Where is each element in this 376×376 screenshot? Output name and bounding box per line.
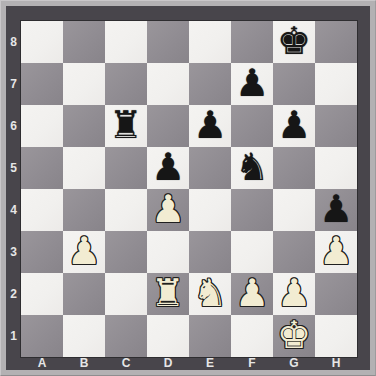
square-g3[interactable] [273,231,315,273]
square-c6[interactable]: ♜ [105,105,147,147]
piece-black-pawn: ♟ [319,190,353,228]
piece-white-pawn: ♟ [67,232,101,270]
square-a5[interactable] [21,147,63,189]
rank-label-3: 3 [6,231,21,273]
file-label-d: D [147,357,189,370]
square-a8[interactable] [21,21,63,63]
square-e6[interactable]: ♟ [189,105,231,147]
piece-black-rook: ♜ [109,106,143,144]
chess-board-widget: ♚♟♜♟♟♟♞♟♟♟♟♜♞♟♟♚ 87654321ABCDEFGH [0,0,376,376]
piece-white-pawn: ♟ [277,274,311,312]
square-h5[interactable] [315,147,357,189]
square-g8[interactable]: ♚ [273,21,315,63]
square-g6[interactable]: ♟ [273,105,315,147]
square-f2[interactable]: ♟ [231,273,273,315]
square-d1[interactable] [147,315,189,357]
square-c8[interactable] [105,21,147,63]
square-a3[interactable] [21,231,63,273]
square-h7[interactable] [315,63,357,105]
square-e8[interactable] [189,21,231,63]
square-f6[interactable] [231,105,273,147]
piece-black-king: ♚ [277,22,311,60]
square-d3[interactable] [147,231,189,273]
piece-white-knight: ♞ [193,274,227,312]
square-c1[interactable] [105,315,147,357]
square-c7[interactable] [105,63,147,105]
square-f5[interactable]: ♞ [231,147,273,189]
rank-label-5: 5 [6,147,21,189]
piece-black-knight: ♞ [235,148,269,186]
square-b7[interactable] [63,63,105,105]
square-d6[interactable] [147,105,189,147]
square-d2[interactable]: ♜ [147,273,189,315]
square-b6[interactable] [63,105,105,147]
piece-black-pawn: ♟ [235,64,269,102]
square-h3[interactable]: ♟ [315,231,357,273]
square-h1[interactable] [315,315,357,357]
square-c3[interactable] [105,231,147,273]
square-b5[interactable] [63,147,105,189]
rank-label-4: 4 [6,189,21,231]
square-e1[interactable] [189,315,231,357]
file-label-e: E [189,357,231,370]
piece-white-rook: ♜ [151,274,185,312]
square-e4[interactable] [189,189,231,231]
piece-white-pawn: ♟ [319,232,353,270]
square-h4[interactable]: ♟ [315,189,357,231]
piece-black-pawn: ♟ [277,106,311,144]
square-f4[interactable] [231,189,273,231]
file-label-h: H [315,357,357,370]
piece-white-pawn: ♟ [235,274,269,312]
rank-label-2: 2 [6,273,21,315]
square-b2[interactable] [63,273,105,315]
square-b3[interactable]: ♟ [63,231,105,273]
square-f3[interactable] [231,231,273,273]
square-h2[interactable] [315,273,357,315]
square-c2[interactable] [105,273,147,315]
square-b1[interactable] [63,315,105,357]
square-g2[interactable]: ♟ [273,273,315,315]
square-a4[interactable] [21,189,63,231]
square-b8[interactable] [63,21,105,63]
square-e7[interactable] [189,63,231,105]
square-e2[interactable]: ♞ [189,273,231,315]
file-label-a: A [21,357,63,370]
square-c4[interactable] [105,189,147,231]
square-f1[interactable] [231,315,273,357]
square-d8[interactable] [147,21,189,63]
rank-label-8: 8 [6,21,21,63]
file-label-g: G [273,357,315,370]
rank-label-7: 7 [6,63,21,105]
piece-white-pawn: ♟ [151,190,185,228]
square-f7[interactable]: ♟ [231,63,273,105]
piece-black-pawn: ♟ [151,148,185,186]
square-b4[interactable] [63,189,105,231]
piece-white-king: ♚ [277,316,311,354]
square-g1[interactable]: ♚ [273,315,315,357]
square-g4[interactable] [273,189,315,231]
square-a1[interactable] [21,315,63,357]
file-label-c: C [105,357,147,370]
chess-board: ♚♟♜♟♟♟♞♟♟♟♟♜♞♟♟♚ [21,21,357,357]
board-frame: ♚♟♜♟♟♟♞♟♟♟♟♜♞♟♟♚ 87654321ABCDEFGH [6,6,370,370]
square-a7[interactable] [21,63,63,105]
square-h8[interactable] [315,21,357,63]
square-g7[interactable] [273,63,315,105]
square-g5[interactable] [273,147,315,189]
square-d5[interactable]: ♟ [147,147,189,189]
piece-black-pawn: ♟ [193,106,227,144]
square-c5[interactable] [105,147,147,189]
file-label-f: F [231,357,273,370]
square-e5[interactable] [189,147,231,189]
rank-label-1: 1 [6,315,21,357]
square-a6[interactable] [21,105,63,147]
square-h6[interactable] [315,105,357,147]
square-e3[interactable] [189,231,231,273]
square-f8[interactable] [231,21,273,63]
square-d7[interactable] [147,63,189,105]
rank-label-6: 6 [6,105,21,147]
file-label-b: B [63,357,105,370]
square-d4[interactable]: ♟ [147,189,189,231]
square-a2[interactable] [21,273,63,315]
